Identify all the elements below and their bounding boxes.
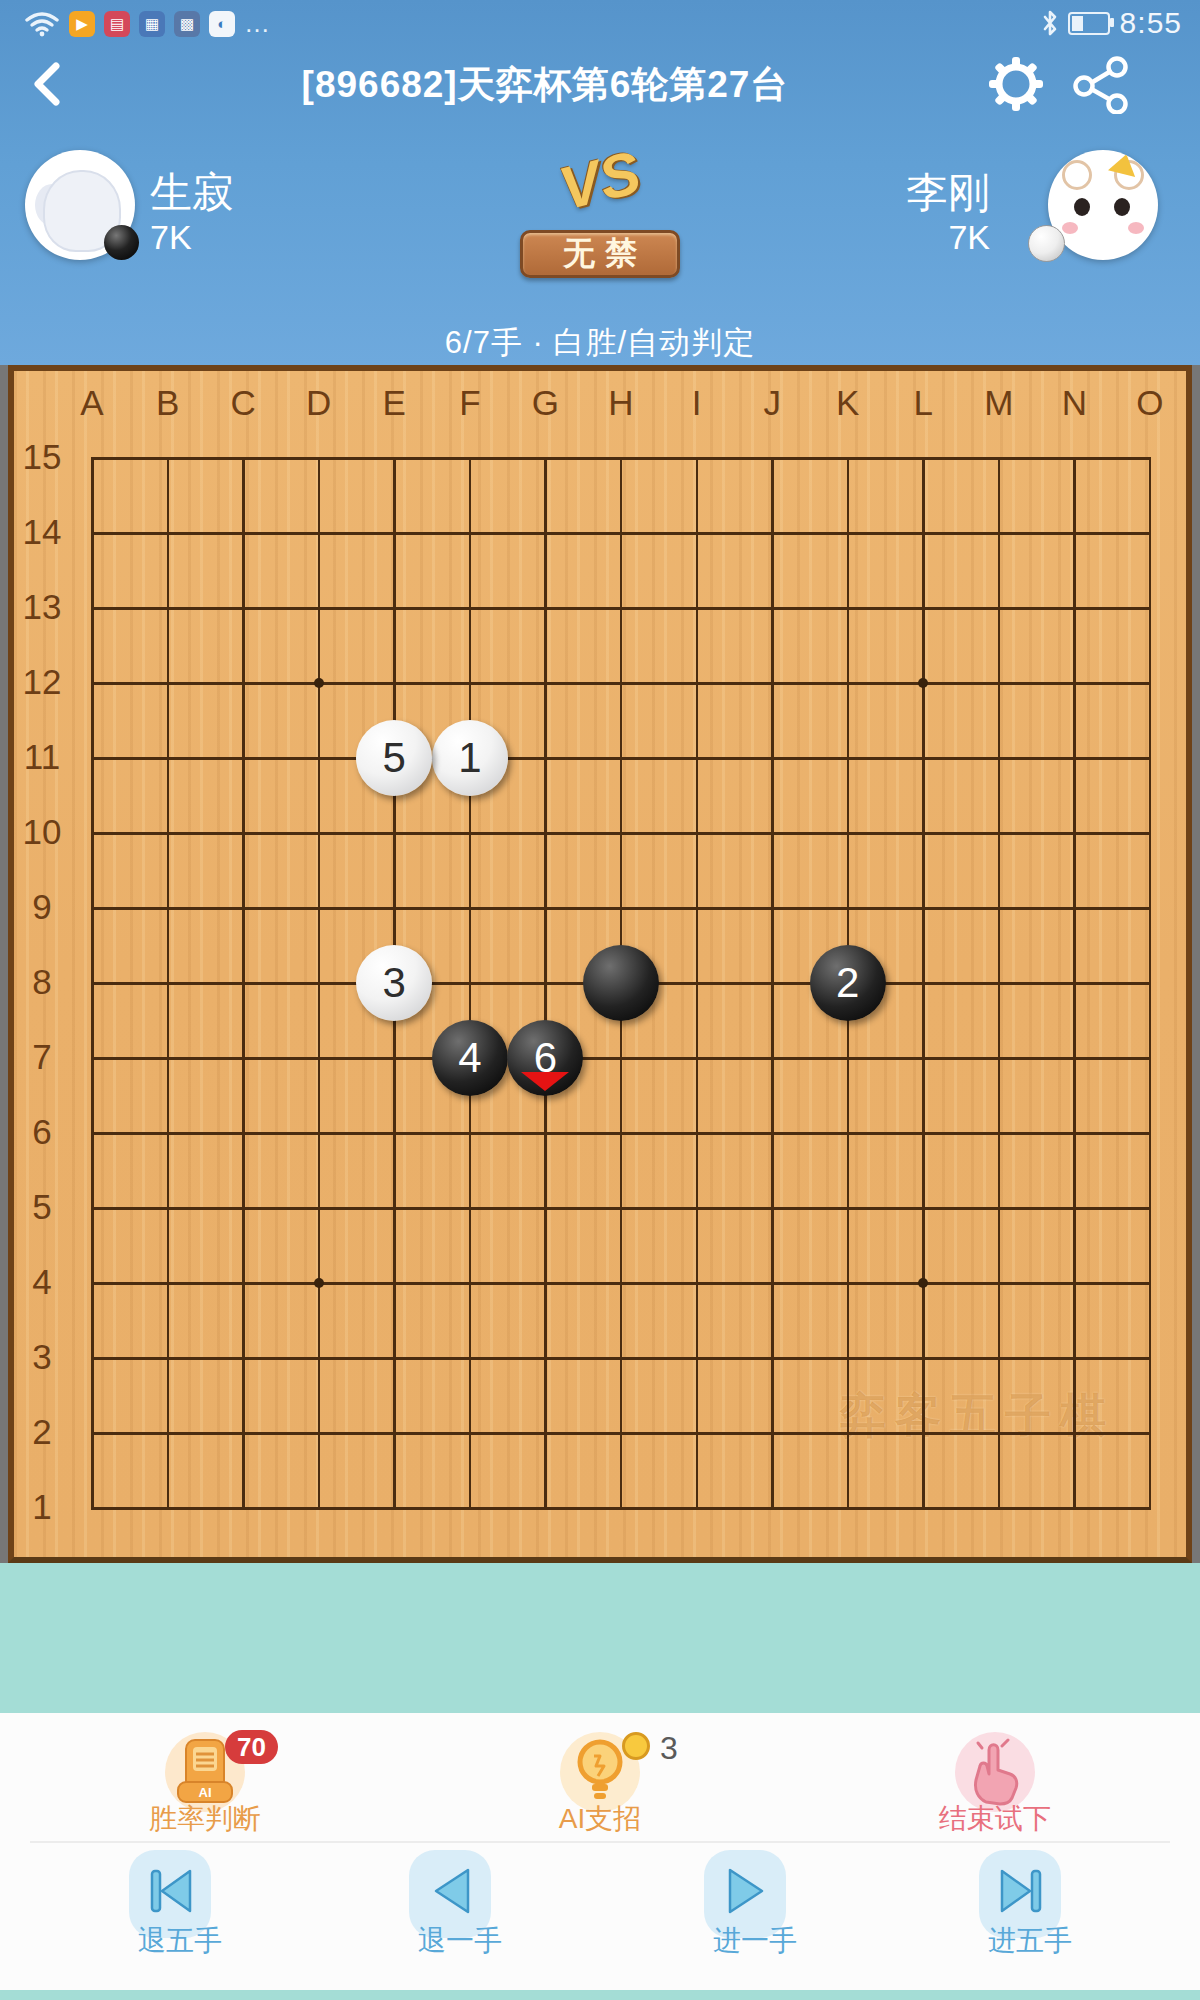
row-label: 11 [18, 737, 66, 777]
avatar-art [1062, 222, 1078, 234]
col-label: O [1125, 383, 1175, 423]
grid-line [998, 457, 1001, 1510]
back-button[interactable] [30, 62, 64, 106]
move-number: 5 [383, 720, 406, 796]
battery-icon [1068, 12, 1110, 35]
app-screen: ▶ ▤ ▦ ▩ ◐ … 8:55 [896682]天弈杯第6轮第27台 [0, 0, 1200, 2000]
app-icon-red-book: ▤ [104, 11, 130, 37]
row-label: 14 [18, 512, 66, 552]
svg-text:AI: AI [199, 1785, 212, 1800]
winrate-label[interactable]: 胜率判断 [105, 1800, 305, 1838]
row-label: 3 [18, 1337, 66, 1377]
avatar-art [1062, 160, 1092, 190]
clock-time: 8:55 [1120, 6, 1182, 40]
star-point [918, 1278, 928, 1288]
app-icon-blue-grid: ▦ [139, 11, 165, 37]
back-one-label[interactable]: 退一手 [380, 1922, 540, 1960]
settings-gear-icon[interactable] [988, 56, 1044, 112]
white-stone-indicator [1028, 225, 1065, 262]
lightbulb-icon[interactable] [572, 1736, 628, 1806]
bluetooth-icon [1042, 10, 1058, 36]
avatar-art [1114, 198, 1130, 216]
winrate-badge: 70 [225, 1730, 278, 1764]
grid-line [91, 1357, 1151, 1360]
skip-back-icon[interactable] [146, 1866, 196, 1916]
coin-icon [622, 1732, 650, 1760]
wifi-icon [24, 10, 60, 38]
gomoku-board[interactable]: 弈客五子棋 ABCDEFGHIJKLMNO1514131211109876543… [8, 365, 1192, 1563]
col-label: D [294, 383, 344, 423]
row-label: 9 [18, 887, 66, 927]
grid-line [91, 1207, 1151, 1210]
grid-line [1073, 457, 1076, 1510]
step-forward-icon[interactable] [724, 1866, 770, 1916]
col-label: F [445, 383, 495, 423]
grid-line [91, 1282, 1151, 1285]
skip-forward-icon[interactable] [996, 1866, 1046, 1916]
col-label: H [596, 383, 646, 423]
black-player-rank: 7K [150, 218, 192, 257]
row-label: 10 [18, 812, 66, 852]
app-icon-mosaic: ▩ [174, 11, 200, 37]
star-point [314, 678, 324, 688]
forward-five-label[interactable]: 进五手 [950, 1922, 1110, 1960]
match-status-text: 6/7手 · 白胜/自动判定 [0, 322, 1200, 364]
grid-line [771, 457, 774, 1510]
grid-line [91, 1057, 1151, 1060]
stone-black-F7: 4 [432, 1020, 508, 1096]
row-label: 13 [18, 587, 66, 627]
row-label: 6 [18, 1112, 66, 1152]
row-label: 5 [18, 1187, 66, 1227]
stone-white-E11: 5 [356, 720, 432, 796]
hand-click-icon[interactable] [966, 1738, 1024, 1806]
app-icon-orange-play: ▶ [69, 11, 95, 37]
back-five-label[interactable]: 退五手 [100, 1922, 260, 1960]
status-bar: ▶ ▤ ▦ ▩ ◐ … 8:55 [0, 0, 1200, 44]
avatar-art [1074, 198, 1090, 216]
move-number: 3 [383, 945, 406, 1021]
step-back-icon[interactable] [428, 1866, 474, 1916]
end-trial-label[interactable]: 结束试下 [895, 1800, 1095, 1838]
black-stone-indicator [104, 225, 139, 260]
page-title: [896682]天弈杯第6轮第27台 [150, 60, 940, 110]
row-label: 15 [18, 437, 66, 477]
col-label: L [898, 383, 948, 423]
move-number: 4 [458, 1020, 481, 1096]
rule-badge: 无禁 [520, 230, 680, 278]
col-label: K [823, 383, 873, 423]
col-label: A [67, 383, 117, 423]
grid-line [91, 1507, 1151, 1510]
stone-white-E8: 3 [356, 945, 432, 1021]
row-label: 7 [18, 1037, 66, 1077]
black-player-name: 生寂 [150, 165, 234, 221]
col-label: J [747, 383, 797, 423]
row-label: 2 [18, 1412, 66, 1452]
grid-line [922, 457, 925, 1510]
col-label: C [218, 383, 268, 423]
move-number: 2 [836, 945, 859, 1021]
stone-white-F11: 1 [432, 720, 508, 796]
white-player-name: 李刚 [906, 165, 990, 221]
grid-line [91, 1432, 1151, 1435]
last-move-marker [521, 1072, 569, 1091]
row-label: 1 [18, 1487, 66, 1527]
share-icon[interactable] [1072, 56, 1130, 114]
white-player-rank: 7K [948, 218, 990, 257]
row-label: 12 [18, 662, 66, 702]
grid-line [696, 457, 699, 1510]
coin-count: 3 [660, 1730, 678, 1767]
forward-one-label[interactable]: 进一手 [675, 1922, 835, 1960]
col-label: E [369, 383, 419, 423]
stone-black-G7: 6 [507, 1020, 583, 1096]
move-number: 1 [458, 720, 481, 796]
row-label: 4 [18, 1262, 66, 1302]
col-label: M [974, 383, 1024, 423]
app-icon-globe: ◐ [209, 11, 235, 37]
col-label: G [520, 383, 570, 423]
col-label: N [1049, 383, 1099, 423]
col-label: I [672, 383, 722, 423]
stone-black-K8: 2 [810, 945, 886, 1021]
avatar-art [1128, 222, 1144, 234]
ellipsis-icon: … [244, 8, 273, 39]
star-point [314, 1278, 324, 1288]
ai-hint-label[interactable]: AI支招 [500, 1800, 700, 1838]
star-point [918, 678, 928, 688]
divider [30, 1841, 1170, 1843]
grid-line [91, 1132, 1151, 1135]
col-label: B [143, 383, 193, 423]
row-label: 8 [18, 962, 66, 1002]
stone-black-H8 [583, 945, 659, 1021]
grid-line [1149, 457, 1152, 1510]
